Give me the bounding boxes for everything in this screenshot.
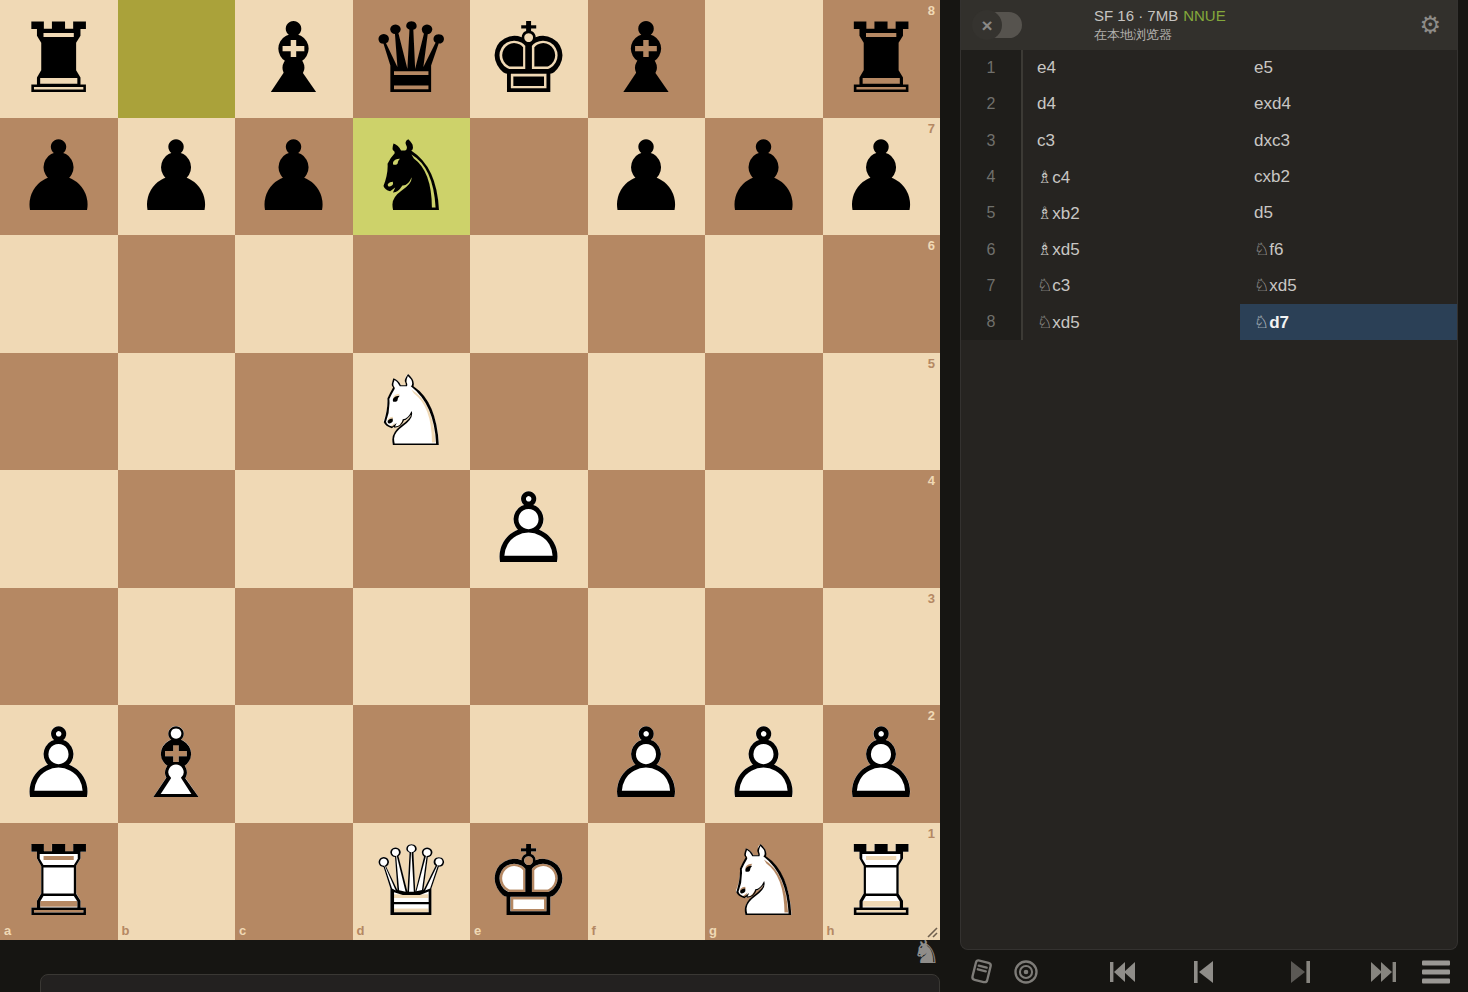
square-e6[interactable] <box>470 235 588 353</box>
move-black-7[interactable]: ♘xd5 <box>1240 268 1457 304</box>
black-queen-d8[interactable]: ♛ <box>353 0 471 118</box>
square-a2[interactable]: ♟♙ <box>0 705 118 823</box>
go-previous-icon[interactable] <box>1194 960 1214 984</box>
square-c3[interactable] <box>235 588 353 706</box>
move-black-6[interactable]: ♘f6 <box>1240 231 1457 267</box>
square-d3[interactable] <box>353 588 471 706</box>
square-a7[interactable]: ♟ <box>0 118 118 236</box>
move-row-3: 3c3dxc3 <box>961 123 1457 159</box>
black-pawn-a7[interactable]: ♟ <box>0 118 118 236</box>
move-black-4[interactable]: cxb2 <box>1240 159 1457 195</box>
coord-rank-6: 6 <box>928 239 935 252</box>
coord-rank-5: 5 <box>928 357 935 370</box>
engine-subtitle: 在本地浏览器 <box>1094 26 1419 44</box>
square-h8[interactable]: ♜8 <box>823 0 941 118</box>
practice-target-icon[interactable] <box>1012 958 1040 986</box>
black-rook-h8[interactable]: ♜ <box>823 0 941 118</box>
square-f1[interactable]: f <box>588 823 706 941</box>
move-black-8[interactable]: ♘d7 <box>1240 304 1457 340</box>
black-pawn-c7[interactable]: ♟ <box>235 118 353 236</box>
move-number: 3 <box>961 123 1023 159</box>
square-g4[interactable] <box>705 470 823 588</box>
white-knight-d5[interactable]: ♞♘ <box>353 353 471 471</box>
square-g8[interactable] <box>705 0 823 118</box>
square-f4[interactable] <box>588 470 706 588</box>
square-b7[interactable]: ♟ <box>118 118 236 236</box>
square-c4[interactable] <box>235 470 353 588</box>
coord-file-f: f <box>592 924 596 937</box>
move-white-2[interactable]: d4 <box>1023 86 1240 122</box>
square-g6[interactable] <box>705 235 823 353</box>
square-h7[interactable]: ♟7 <box>823 118 941 236</box>
white-pawn-a2[interactable]: ♟♙ <box>0 705 118 823</box>
move-white-8[interactable]: ♘xd5 <box>1023 304 1240 340</box>
nnue-badge: NNUE <box>1183 7 1226 24</box>
black-king-e8[interactable]: ♚ <box>470 0 588 118</box>
white-knight-g1[interactable]: ♞♘ <box>705 823 823 941</box>
square-e5[interactable] <box>470 353 588 471</box>
move-row-2: 2d4exd4 <box>961 86 1457 122</box>
square-a1[interactable]: ♜♖a <box>0 823 118 941</box>
move-black-5[interactable]: d5 <box>1240 195 1457 231</box>
coord-rank-8: 8 <box>928 4 935 17</box>
black-pawn-g7[interactable]: ♟ <box>705 118 823 236</box>
white-rook-a1[interactable]: ♜♖ <box>0 823 118 941</box>
square-a4[interactable] <box>0 470 118 588</box>
chess-board[interactable]: ♜♝♛♚♝♜8♟♟♟♞♟♟♟76♞♘5♟♙43♟♙♝♗♟♙♟♙♟♙2♜♖abc♛… <box>0 0 940 940</box>
coord-rank-4: 4 <box>928 474 935 487</box>
square-h5[interactable]: 5 <box>823 353 941 471</box>
white-king-e1[interactable]: ♚♔ <box>470 823 588 941</box>
square-d6[interactable] <box>353 235 471 353</box>
move-white-7[interactable]: ♘c3 <box>1023 268 1240 304</box>
square-e4[interactable]: ♟♙ <box>470 470 588 588</box>
square-f6[interactable] <box>588 235 706 353</box>
square-c1[interactable]: c <box>235 823 353 941</box>
square-b4[interactable] <box>118 470 236 588</box>
engine-header: × SF 16 · 7MBNNUE 在本地浏览器 ⚙ <box>961 0 1457 50</box>
black-knight-d7[interactable]: ♞ <box>353 118 471 236</box>
menu-icon[interactable] <box>1422 957 1450 988</box>
black-pawn-b7[interactable]: ♟ <box>118 118 236 236</box>
go-next-icon[interactable] <box>1290 960 1310 984</box>
move-number: 6 <box>961 231 1023 267</box>
square-e1[interactable]: ♚♔e <box>470 823 588 941</box>
square-f7[interactable]: ♟ <box>588 118 706 236</box>
move-row-8: 8♘xd5♘d7 <box>961 304 1457 340</box>
engine-toggle[interactable]: × <box>974 12 1022 38</box>
move-black-3[interactable]: dxc3 <box>1240 123 1457 159</box>
square-d1[interactable]: ♛♕d <box>353 823 471 941</box>
analysis-panel: × SF 16 · 7MBNNUE 在本地浏览器 ⚙ 1e4e52d4exd43… <box>960 0 1458 950</box>
square-c2[interactable] <box>235 705 353 823</box>
square-e2[interactable] <box>470 705 588 823</box>
coord-file-b: b <box>122 924 130 937</box>
move-white-5[interactable]: ♗xb2 <box>1023 195 1240 231</box>
white-queen-d1[interactable]: ♛♕ <box>353 823 471 941</box>
move-row-7: 7♘c3♘xd5 <box>961 268 1457 304</box>
square-b2[interactable]: ♝♗ <box>118 705 236 823</box>
square-b6[interactable] <box>118 235 236 353</box>
square-b1[interactable]: b <box>118 823 236 941</box>
move-row-6: 6♗xd5♘f6 <box>961 231 1457 267</box>
black-bishop-f8[interactable]: ♝ <box>588 0 706 118</box>
square-g3[interactable] <box>705 588 823 706</box>
close-icon: × <box>981 16 992 35</box>
black-pawn-f7[interactable]: ♟ <box>588 118 706 236</box>
move-number: 1 <box>961 50 1023 86</box>
square-c8[interactable]: ♝ <box>235 0 353 118</box>
square-g2[interactable]: ♟♙ <box>705 705 823 823</box>
opening-book-icon[interactable] <box>968 958 996 986</box>
square-f3[interactable] <box>588 588 706 706</box>
white-pawn-e4[interactable]: ♟♙ <box>470 470 588 588</box>
square-d7[interactable]: ♞ <box>353 118 471 236</box>
go-last-icon[interactable] <box>1370 960 1396 984</box>
square-f8[interactable]: ♝ <box>588 0 706 118</box>
white-pawn-h2[interactable]: ♟♙ <box>823 705 941 823</box>
square-g1[interactable]: ♞♘g <box>705 823 823 941</box>
gear-icon[interactable]: ⚙ <box>1419 13 1441 37</box>
square-h4[interactable]: 4 <box>823 470 941 588</box>
move-white-6[interactable]: ♗xd5 <box>1023 231 1240 267</box>
square-b5[interactable] <box>118 353 236 471</box>
square-f5[interactable] <box>588 353 706 471</box>
move-row-4: 4♗c4cxb2 <box>961 159 1457 195</box>
move-number: 5 <box>961 195 1023 231</box>
square-e3[interactable] <box>470 588 588 706</box>
coord-rank-7: 7 <box>928 122 935 135</box>
move-black-2[interactable]: exd4 <box>1240 86 1457 122</box>
square-a5[interactable] <box>0 353 118 471</box>
engine-toggle-knob[interactable]: × <box>972 10 1002 40</box>
square-g7[interactable]: ♟ <box>705 118 823 236</box>
analysis-controls <box>960 952 1458 992</box>
black-pawn-h7[interactable]: ♟ <box>823 118 941 236</box>
board-resize-handle[interactable] <box>922 922 938 938</box>
square-g5[interactable] <box>705 353 823 471</box>
square-a6[interactable] <box>0 235 118 353</box>
move-number: 8 <box>961 304 1023 340</box>
square-c5[interactable] <box>235 353 353 471</box>
move-black-1[interactable]: e5 <box>1240 50 1457 86</box>
black-rook-a8[interactable]: ♜ <box>0 0 118 118</box>
move-white-3[interactable]: c3 <box>1023 123 1240 159</box>
go-first-icon[interactable] <box>1110 960 1136 984</box>
move-number: 7 <box>961 268 1023 304</box>
square-c7[interactable]: ♟ <box>235 118 353 236</box>
coord-file-c: c <box>239 924 246 937</box>
engine-title-block: SF 16 · 7MBNNUE 在本地浏览器 <box>1094 7 1419 44</box>
square-d2[interactable] <box>353 705 471 823</box>
underboard-panel <box>40 974 940 992</box>
move-number: 2 <box>961 86 1023 122</box>
square-c6[interactable] <box>235 235 353 353</box>
square-b3[interactable] <box>118 588 236 706</box>
white-bishop-b2[interactable]: ♝♗ <box>118 705 236 823</box>
move-white-1[interactable]: e4 <box>1023 50 1240 86</box>
move-number: 4 <box>961 159 1023 195</box>
square-a8[interactable]: ♜ <box>0 0 118 118</box>
square-h2[interactable]: ♟♙2 <box>823 705 941 823</box>
coord-rank-3: 3 <box>928 592 935 605</box>
square-b8[interactable] <box>118 0 236 118</box>
knight-cursor-icon: ♞ <box>912 936 941 968</box>
move-white-4[interactable]: ♗c4 <box>1023 159 1240 195</box>
square-h3[interactable]: 3 <box>823 588 941 706</box>
move-row-1: 1e4e5 <box>961 50 1457 86</box>
square-f2[interactable]: ♟♙ <box>588 705 706 823</box>
white-pawn-g2[interactable]: ♟♙ <box>705 705 823 823</box>
square-a3[interactable] <box>0 588 118 706</box>
square-h6[interactable]: 6 <box>823 235 941 353</box>
white-pawn-f2[interactable]: ♟♙ <box>588 705 706 823</box>
engine-name: SF 16 · 7MB <box>1094 7 1178 24</box>
square-d4[interactable] <box>353 470 471 588</box>
move-row-5: 5♗xb2d5 <box>961 195 1457 231</box>
move-list: 1e4e52d4exd43c3dxc34♗c4cxb25♗xb2d56♗xd5♘… <box>961 50 1457 340</box>
square-e8[interactable]: ♚ <box>470 0 588 118</box>
square-d5[interactable]: ♞♘ <box>353 353 471 471</box>
black-bishop-c8[interactable]: ♝ <box>235 0 353 118</box>
square-e7[interactable] <box>470 118 588 236</box>
square-d8[interactable]: ♛ <box>353 0 471 118</box>
